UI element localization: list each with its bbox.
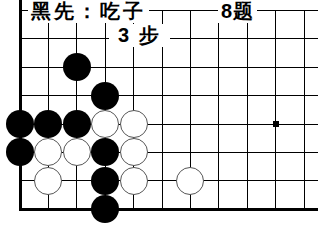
task-label: 黑先：吃子 — [28, 0, 149, 23]
white-stone — [63, 138, 91, 166]
white-stone — [34, 138, 62, 166]
white-stone — [34, 167, 62, 195]
black-stone — [63, 53, 91, 81]
white-stone — [120, 138, 148, 166]
black-stone — [34, 110, 62, 138]
white-stone — [91, 110, 119, 138]
black-stone — [91, 138, 119, 166]
black-stone — [91, 167, 119, 195]
white-stone — [120, 110, 148, 138]
white-stone — [120, 167, 148, 195]
go-problem-screen: 黑先：吃子 8题 3 步 — [0, 0, 318, 233]
black-stone — [91, 82, 119, 110]
black-stone — [6, 138, 34, 166]
white-stone — [176, 167, 204, 195]
black-stone — [6, 110, 34, 138]
black-stone — [91, 195, 119, 223]
problem-number-label: 8题 — [218, 0, 257, 23]
steps-label: 3 步 — [109, 24, 170, 47]
black-stone — [63, 110, 91, 138]
